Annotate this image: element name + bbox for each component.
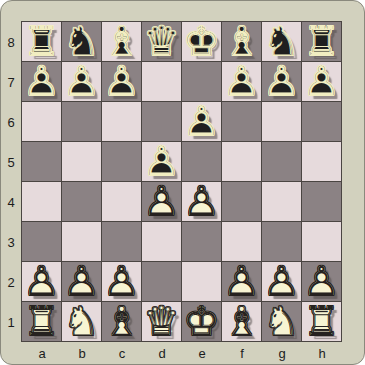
piece-glyph-outline: ♔ — [184, 302, 220, 341]
square-h2[interactable]: ♟♙ — [302, 262, 341, 301]
piece-glyph-outline: ♙ — [24, 262, 60, 301]
square-h4[interactable] — [302, 182, 341, 221]
piece-black-pawn[interactable]: ♟♙ — [264, 62, 300, 101]
square-c1[interactable]: ♝♗ — [102, 302, 141, 341]
square-g4[interactable] — [262, 182, 301, 221]
square-g8[interactable]: ♞♘ — [262, 22, 301, 61]
square-b3[interactable] — [62, 222, 101, 261]
piece-white-bishop[interactable]: ♝♗ — [224, 302, 260, 341]
square-b2[interactable]: ♟♙ — [62, 262, 101, 301]
piece-black-pawn[interactable]: ♟♙ — [224, 62, 260, 101]
piece-black-queen[interactable]: ♛♕ — [144, 22, 180, 61]
piece-glyph-outline: ♖ — [304, 22, 340, 61]
piece-glyph-outline: ♙ — [64, 62, 100, 101]
piece-glyph-outline: ♗ — [104, 22, 140, 61]
piece-white-rook[interactable]: ♜♖ — [24, 302, 60, 341]
square-e5[interactable] — [182, 142, 221, 181]
rank-labels: 87654321 — [1, 22, 21, 342]
square-a5[interactable] — [22, 142, 61, 181]
square-a8[interactable]: ♜♖ — [22, 22, 61, 61]
square-d8[interactable]: ♛♕ — [142, 22, 181, 61]
piece-black-pawn[interactable]: ♟♙ — [104, 62, 140, 101]
square-b5[interactable] — [62, 142, 101, 181]
piece-black-rook[interactable]: ♜♖ — [24, 22, 60, 61]
square-e4[interactable]: ♟♙ — [182, 182, 221, 221]
rank-label-5: 5 — [1, 142, 21, 182]
rank-label-3: 3 — [1, 222, 21, 262]
square-c6[interactable] — [102, 102, 141, 141]
square-b1[interactable]: ♞♘ — [62, 302, 101, 341]
piece-glyph-outline: ♖ — [24, 302, 60, 341]
piece-black-pawn[interactable]: ♟♙ — [184, 102, 220, 141]
piece-glyph-outline: ♙ — [144, 182, 180, 221]
square-d3[interactable] — [142, 222, 181, 261]
board-panel: 87654321 ♜♖♞♘♝♗♛♕♚♔♝♗♞♘♜♖♟♙♟♙♟♙♟♙♟♙♟♙♟♙♟… — [0, 0, 365, 365]
piece-glyph-outline: ♙ — [184, 102, 220, 141]
piece-black-pawn[interactable]: ♟♙ — [144, 142, 180, 181]
piece-glyph-outline: ♗ — [104, 302, 140, 341]
square-e6[interactable]: ♟♙ — [182, 102, 221, 141]
piece-glyph-outline: ♙ — [104, 62, 140, 101]
square-b4[interactable] — [62, 182, 101, 221]
piece-black-pawn[interactable]: ♟♙ — [24, 62, 60, 101]
piece-black-pawn[interactable]: ♟♙ — [304, 62, 340, 101]
square-a3[interactable] — [22, 222, 61, 261]
square-d4[interactable]: ♟♙ — [142, 182, 181, 221]
file-label-e: e — [182, 342, 222, 364]
square-h5[interactable] — [302, 142, 341, 181]
piece-glyph-outline: ♘ — [264, 302, 300, 341]
square-h1[interactable]: ♜♖ — [302, 302, 341, 341]
piece-glyph-outline: ♙ — [224, 62, 260, 101]
file-label-h: h — [302, 342, 342, 364]
square-d2[interactable] — [142, 262, 181, 301]
piece-black-rook[interactable]: ♜♖ — [304, 22, 340, 61]
square-e2[interactable] — [182, 262, 221, 301]
file-label-f: f — [222, 342, 262, 364]
piece-black-knight[interactable]: ♞♘ — [64, 22, 100, 61]
square-b6[interactable] — [62, 102, 101, 141]
piece-glyph-outline: ♕ — [144, 22, 180, 61]
square-c7[interactable]: ♟♙ — [102, 62, 141, 101]
piece-glyph-outline: ♙ — [304, 262, 340, 301]
piece-white-queen[interactable]: ♛♕ — [144, 302, 180, 341]
square-f1[interactable]: ♝♗ — [222, 302, 261, 341]
piece-white-pawn[interactable]: ♟♙ — [184, 182, 220, 221]
square-g5[interactable] — [262, 142, 301, 181]
square-f5[interactable] — [222, 142, 261, 181]
piece-glyph-outline: ♗ — [224, 302, 260, 341]
piece-black-bishop[interactable]: ♝♗ — [224, 22, 260, 61]
piece-white-bishop[interactable]: ♝♗ — [104, 302, 140, 341]
square-f7[interactable]: ♟♙ — [222, 62, 261, 101]
piece-white-king[interactable]: ♚♔ — [184, 302, 220, 341]
square-g7[interactable]: ♟♙ — [262, 62, 301, 101]
square-h8[interactable]: ♜♖ — [302, 22, 341, 61]
square-e7[interactable] — [182, 62, 221, 101]
square-g6[interactable] — [262, 102, 301, 141]
square-c8[interactable]: ♝♗ — [102, 22, 141, 61]
square-h3[interactable] — [302, 222, 341, 261]
rank-label-2: 2 — [1, 262, 21, 302]
file-label-g: g — [262, 342, 302, 364]
piece-glyph-outline: ♙ — [224, 262, 260, 301]
piece-glyph-outline: ♙ — [64, 262, 100, 301]
piece-glyph-outline: ♕ — [144, 302, 180, 341]
square-g2[interactable]: ♟♙ — [262, 262, 301, 301]
piece-glyph-outline: ♙ — [264, 62, 300, 101]
square-f3[interactable] — [222, 222, 261, 261]
square-a2[interactable]: ♟♙ — [22, 262, 61, 301]
rank-label-1: 1 — [1, 302, 21, 342]
piece-black-king[interactable]: ♚♔ — [184, 22, 220, 61]
file-label-a: a — [22, 342, 62, 364]
piece-glyph-outline: ♔ — [184, 22, 220, 61]
piece-white-knight[interactable]: ♞♘ — [64, 302, 100, 341]
chess-board: ♜♖♞♘♝♗♛♕♚♔♝♗♞♘♜♖♟♙♟♙♟♙♟♙♟♙♟♙♟♙♟♙♟♙♟♙♟♙♟♙… — [21, 21, 342, 342]
file-label-b: b — [62, 342, 102, 364]
square-f2[interactable]: ♟♙ — [222, 262, 261, 301]
square-b8[interactable]: ♞♘ — [62, 22, 101, 61]
piece-white-pawn[interactable]: ♟♙ — [144, 182, 180, 221]
square-a1[interactable]: ♜♖ — [22, 302, 61, 341]
square-g3[interactable] — [262, 222, 301, 261]
square-f8[interactable]: ♝♗ — [222, 22, 261, 61]
piece-glyph-outline: ♘ — [64, 22, 100, 61]
square-h6[interactable] — [302, 102, 341, 141]
square-a6[interactable] — [22, 102, 61, 141]
piece-white-rook[interactable]: ♜♖ — [304, 302, 340, 341]
piece-glyph-outline: ♗ — [224, 22, 260, 61]
file-labels: abcdefgh — [22, 342, 342, 364]
file-label-c: c — [102, 342, 142, 364]
square-e1[interactable]: ♚♔ — [182, 302, 221, 341]
square-d6[interactable] — [142, 102, 181, 141]
square-c4[interactable] — [102, 182, 141, 221]
square-h7[interactable]: ♟♙ — [302, 62, 341, 101]
piece-glyph-outline: ♖ — [304, 302, 340, 341]
piece-glyph-outline: ♘ — [64, 302, 100, 341]
square-a4[interactable] — [22, 182, 61, 221]
square-c3[interactable] — [102, 222, 141, 261]
square-d1[interactable]: ♛♕ — [142, 302, 181, 341]
piece-glyph-outline: ♙ — [144, 142, 180, 181]
piece-white-pawn[interactable]: ♟♙ — [224, 262, 260, 301]
square-g1[interactable]: ♞♘ — [262, 302, 301, 341]
square-f6[interactable] — [222, 102, 261, 141]
piece-black-pawn[interactable]: ♟♙ — [64, 62, 100, 101]
square-d5[interactable]: ♟♙ — [142, 142, 181, 181]
rank-label-4: 4 — [1, 182, 21, 222]
file-label-d: d — [142, 342, 182, 364]
square-c5[interactable] — [102, 142, 141, 181]
piece-glyph-outline: ♙ — [184, 182, 220, 221]
piece-white-pawn[interactable]: ♟♙ — [304, 262, 340, 301]
piece-glyph-outline: ♙ — [104, 262, 140, 301]
piece-glyph-outline: ♙ — [24, 62, 60, 101]
rank-label-8: 8 — [1, 22, 21, 62]
square-f4[interactable] — [222, 182, 261, 221]
piece-glyph-outline: ♙ — [264, 262, 300, 301]
piece-white-pawn[interactable]: ♟♙ — [64, 262, 100, 301]
piece-white-pawn[interactable]: ♟♙ — [264, 262, 300, 301]
square-a7[interactable]: ♟♙ — [22, 62, 61, 101]
rank-label-6: 6 — [1, 102, 21, 142]
piece-white-pawn[interactable]: ♟♙ — [24, 262, 60, 301]
piece-white-pawn[interactable]: ♟♙ — [104, 262, 140, 301]
piece-glyph-outline: ♘ — [264, 22, 300, 61]
piece-black-bishop[interactable]: ♝♗ — [104, 22, 140, 61]
piece-glyph-outline: ♖ — [24, 22, 60, 61]
square-e3[interactable] — [182, 222, 221, 261]
rank-label-7: 7 — [1, 62, 21, 102]
piece-glyph-outline: ♙ — [304, 62, 340, 101]
square-c2[interactable]: ♟♙ — [102, 262, 141, 301]
square-b7[interactable]: ♟♙ — [62, 62, 101, 101]
piece-white-knight[interactable]: ♞♘ — [264, 302, 300, 341]
square-d7[interactable] — [142, 62, 181, 101]
square-e8[interactable]: ♚♔ — [182, 22, 221, 61]
piece-black-knight[interactable]: ♞♘ — [264, 22, 300, 61]
